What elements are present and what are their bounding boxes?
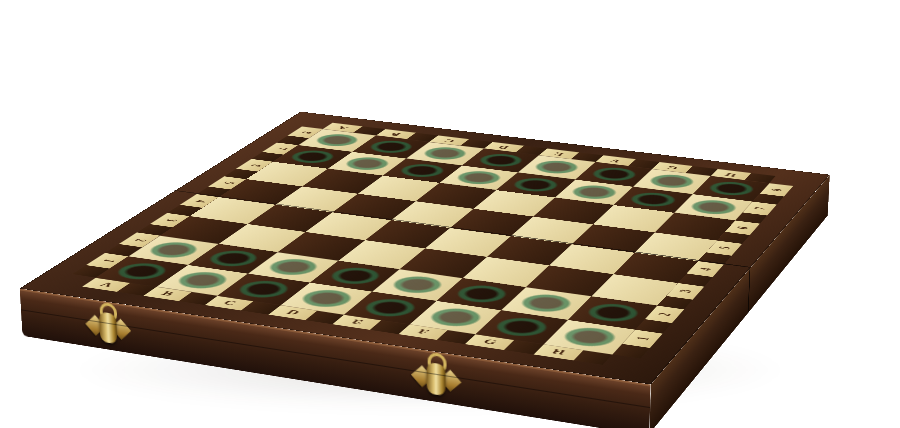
photo-stage: ABCDEFGH ABCDEFGH 87654321 87654321 ♜♞♝♛… bbox=[0, 0, 900, 428]
file-near-label-d: D bbox=[284, 309, 301, 316]
rank-right-label-3: 3 bbox=[677, 289, 694, 293]
rank-right-label-5: 5 bbox=[716, 246, 732, 250]
fold-seam-side bbox=[748, 268, 751, 314]
rank-right-label-8: 8 bbox=[769, 188, 784, 192]
file-near-label-c: C bbox=[221, 300, 238, 307]
file-near-label-e: E bbox=[349, 319, 365, 326]
file-near-label-g: G bbox=[481, 339, 498, 346]
piece-glyph: ♜ bbox=[532, 231, 633, 344]
chess-board: ABCDEFGH ABCDEFGH 87654321 87654321 ♜♞♝♛… bbox=[20, 112, 830, 385]
file-near-label-b: B bbox=[159, 291, 175, 297]
rank-right-label-6: 6 bbox=[735, 226, 750, 230]
rank-right-label-7: 7 bbox=[752, 207, 767, 211]
clasp-barrel bbox=[426, 362, 445, 396]
rank-right-label-4: 4 bbox=[697, 267, 713, 271]
brass-clasp-left bbox=[86, 304, 130, 351]
rank-right-label-2: 2 bbox=[656, 312, 673, 317]
file-near-label-h: H bbox=[550, 349, 567, 356]
scene: ABCDEFGH ABCDEFGH 87654321 87654321 ♜♞♝♛… bbox=[0, 0, 900, 428]
file-near-label-a: A bbox=[98, 282, 115, 288]
file-near-label-f: F bbox=[415, 329, 430, 336]
rank-right-label-1: 1 bbox=[634, 336, 651, 341]
brass-clasp-right bbox=[413, 353, 459, 402]
clasp-barrel bbox=[99, 311, 117, 344]
